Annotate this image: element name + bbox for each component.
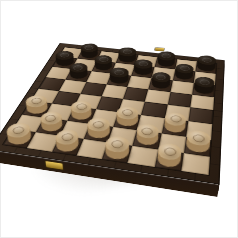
white-draughts-man-glyph: ⛀ xyxy=(186,129,210,147)
white-checker[interactable]: ⛀ xyxy=(133,130,162,149)
white-draughts-man-glyph: ⛀ xyxy=(103,135,130,153)
white-checker[interactable]: ⛀ xyxy=(3,129,36,148)
white-checker[interactable]: ⛀ xyxy=(52,135,84,155)
white-checker[interactable]: ⛀ xyxy=(102,142,133,163)
white-checker-top: ⛀ xyxy=(164,111,188,127)
perspective-scene: ⛂⛂⛂⛂⛂⛂⛂⛂⛂⛂⛂⛂⛀⛀⛀⛀⛀⛀⛀⛀⛀⛀⛀⛀ xyxy=(0,0,238,238)
checkers-board: ⛂⛂⛂⛂⛂⛂⛂⛂⛂⛂⛂⛂⛀⛀⛀⛀⛀⛀⛀⛀⛀⛀⛀⛀ xyxy=(0,43,225,185)
white-checker[interactable]: ⛀ xyxy=(154,149,184,171)
white-draughts-man-glyph: ⛀ xyxy=(135,123,161,140)
white-checker-top: ⛀ xyxy=(156,142,182,161)
white-checker-top: ⛀ xyxy=(103,135,130,153)
white-draughts-man-glyph: ⛀ xyxy=(156,142,182,161)
white-checker-top: ⛀ xyxy=(186,129,210,147)
white-checker[interactable]: ⛀ xyxy=(184,136,211,156)
product-photo-stage: ⛂⛂⛂⛂⛂⛂⛂⛂⛂⛂⛂⛂⛀⛀⛀⛀⛀⛀⛀⛀⛀⛀⛀⛀ xyxy=(0,0,238,238)
white-checker-top: ⛀ xyxy=(135,123,161,140)
white-checker-top: ⛀ xyxy=(115,105,140,120)
white-checker[interactable]: ⛀ xyxy=(161,118,188,136)
white-draughts-man-glyph: ⛀ xyxy=(164,111,188,127)
brass-latch-icon xyxy=(45,161,62,170)
white-draughts-man-glyph: ⛀ xyxy=(115,105,140,120)
